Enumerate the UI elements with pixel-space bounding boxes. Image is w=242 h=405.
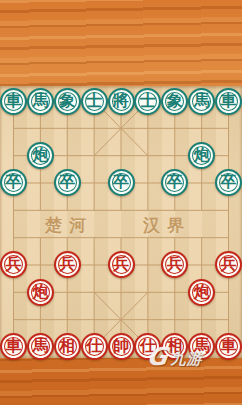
piece-black-將[interactable]: 將 (108, 88, 135, 115)
river-label-chu-he: 楚河 (45, 214, 93, 237)
piece-red-仕[interactable]: 仕 (81, 333, 108, 360)
piece-black-士[interactable]: 士 (134, 88, 161, 115)
piece-red-炮[interactable]: 炮 (27, 279, 54, 306)
piece-black-象[interactable]: 象 (54, 88, 81, 115)
xiangqi-board[interactable] (0, 86, 242, 358)
piece-black-馬[interactable]: 馬 (188, 88, 215, 115)
river-label-han-jie: 汉界 (143, 214, 191, 237)
piece-red-兵[interactable]: 兵 (108, 251, 135, 278)
piece-black-車[interactable]: 車 (215, 88, 242, 115)
piece-red-炮[interactable]: 炮 (188, 279, 215, 306)
xiangqi-app-screen: 楚河 汉界 車馬象士將士象馬車炮炮卒卒卒卒卒兵兵兵兵兵炮炮車馬相仕帥仕相馬車 G… (0, 0, 242, 405)
piece-black-馬[interactable]: 馬 (27, 88, 54, 115)
piece-black-士[interactable]: 士 (81, 88, 108, 115)
piece-black-車[interactable]: 車 (0, 88, 27, 115)
piece-black-象[interactable]: 象 (161, 88, 188, 115)
piece-red-帥[interactable]: 帥 (108, 333, 135, 360)
piece-black-卒[interactable]: 卒 (108, 169, 135, 196)
piece-black-炮[interactable]: 炮 (27, 142, 54, 169)
